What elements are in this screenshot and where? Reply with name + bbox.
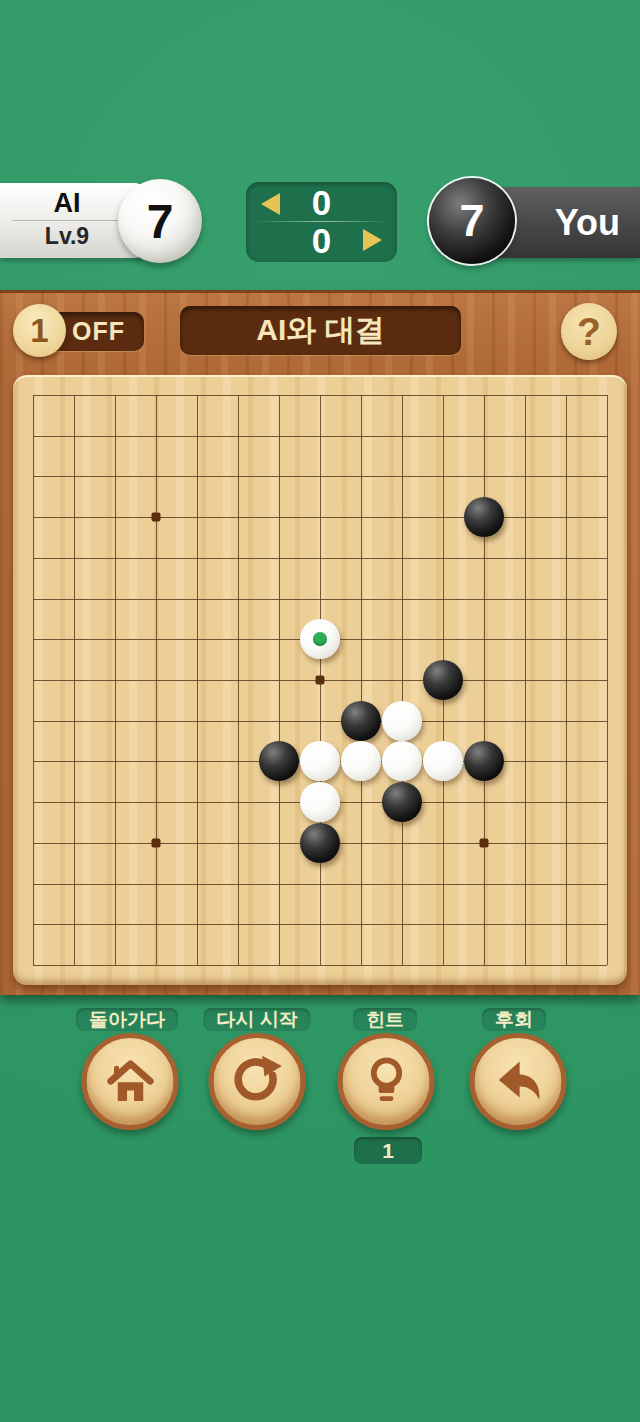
move-number-badge[interactable]: 1 — [13, 304, 66, 357]
grid-line — [525, 395, 526, 965]
back-button[interactable] — [82, 1033, 179, 1130]
score-top-value: 0 — [246, 183, 397, 223]
undo-button-label: 후회 — [482, 1008, 546, 1031]
hint-count-badge: 1 — [354, 1137, 422, 1164]
hint-button[interactable] — [338, 1033, 435, 1130]
restart-button-label: 다시 시작 — [203, 1008, 310, 1031]
score-next-arrow-icon[interactable] — [363, 229, 382, 251]
restart-button[interactable] — [209, 1033, 306, 1130]
player-name: You — [555, 202, 620, 244]
grid-line — [33, 965, 607, 966]
star-point — [152, 838, 161, 847]
ai-level: Lv.9 — [0, 223, 134, 250]
game-board[interactable] — [13, 375, 627, 985]
grid-line — [566, 395, 567, 965]
white-stone — [382, 701, 422, 741]
black-stone-count: 7 — [459, 195, 484, 247]
question-mark-icon: ? — [577, 310, 601, 354]
white-stone — [300, 782, 340, 822]
move-number-label: 1 — [30, 312, 48, 350]
undo-button[interactable] — [470, 1033, 567, 1130]
last-move-marker — [313, 632, 327, 646]
grid-line — [402, 395, 403, 965]
ai-name: AI — [0, 188, 134, 219]
grid-line — [607, 395, 608, 965]
page-title: AI와 대결 — [180, 306, 461, 355]
white-stone — [300, 619, 340, 659]
black-stone — [464, 741, 504, 781]
white-stone-count: 7 — [147, 194, 174, 249]
undo-arrow-icon — [489, 1051, 547, 1112]
white-stone — [423, 741, 463, 781]
ai-panel-divider — [12, 220, 128, 221]
black-stone — [423, 660, 463, 700]
game-screen: AI Lv.9 7 0 0 You 7 OFF 1 AI와 대결 ? 돌아가다 — [0, 0, 640, 1422]
star-point — [152, 513, 161, 522]
black-stone — [259, 741, 299, 781]
grid-line — [33, 721, 607, 722]
restart-icon — [228, 1051, 286, 1112]
grid-line — [33, 884, 607, 885]
lightbulb-icon — [357, 1051, 415, 1112]
help-button[interactable]: ? — [561, 303, 617, 360]
black-stone-counter: 7 — [429, 178, 515, 264]
score-panel: 0 0 — [246, 182, 397, 262]
hint-count: 1 — [382, 1139, 394, 1163]
white-stone — [300, 741, 340, 781]
white-stone-counter: 7 — [118, 179, 202, 263]
white-stone — [341, 741, 381, 781]
black-stone — [382, 782, 422, 822]
grid-line — [484, 395, 485, 965]
hint-button-label: 힌트 — [353, 1008, 417, 1031]
grid-line — [361, 395, 362, 965]
black-stone — [341, 701, 381, 741]
white-stone — [382, 741, 422, 781]
star-point — [316, 676, 325, 685]
toggle-state-label: OFF — [72, 317, 125, 346]
star-point — [480, 838, 489, 847]
black-stone — [464, 497, 504, 537]
home-icon — [101, 1051, 159, 1112]
back-button-label: 돌아가다 — [76, 1008, 178, 1031]
black-stone — [300, 823, 340, 863]
grid-line — [33, 924, 607, 925]
